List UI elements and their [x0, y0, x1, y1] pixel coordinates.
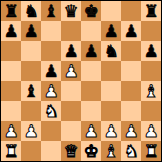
square-c6[interactable]	[41, 41, 61, 61]
black-rook-icon: ♜	[3, 1, 18, 21]
white-pawn-icon: ♟	[3, 121, 18, 141]
black-pawn-icon: ♟	[43, 61, 58, 81]
square-a7[interactable]: ♟	[1, 21, 21, 41]
square-g3[interactable]	[121, 101, 141, 121]
square-c3[interactable]: ♞	[41, 101, 61, 121]
square-e5[interactable]	[81, 61, 101, 81]
square-c4[interactable]: ♟	[41, 81, 61, 101]
black-knight-icon: ♞	[23, 1, 38, 21]
square-h4[interactable]: ♝	[141, 81, 161, 101]
square-b2[interactable]: ♟	[21, 121, 41, 141]
black-knight-icon: ♞	[103, 41, 118, 61]
white-pawn-icon: ♟	[103, 121, 118, 141]
black-pawn-icon: ♟	[103, 21, 118, 41]
square-e7[interactable]	[81, 21, 101, 41]
black-queen-icon: ♛	[63, 1, 78, 21]
black-pawn-icon: ♟	[63, 41, 78, 61]
white-knight-icon: ♞	[43, 101, 58, 121]
square-g2[interactable]: ♟	[121, 121, 141, 141]
square-a3[interactable]	[1, 101, 21, 121]
square-c1[interactable]	[41, 141, 61, 161]
black-pawn-icon: ♟	[143, 41, 158, 61]
square-d7[interactable]	[61, 21, 81, 41]
white-bishop-icon: ♝	[103, 141, 118, 161]
black-bishop-icon: ♝	[43, 1, 58, 21]
chess-board: ♜♞♝♛♚♜♟♟♟♟♟♟♞♟♟♟♝♟♝♞♟♟♟♟♟♟♜♛♚♝♞♜	[1, 1, 161, 161]
square-f7[interactable]: ♟	[101, 21, 121, 41]
square-d3[interactable]	[61, 101, 81, 121]
white-pawn-icon: ♟	[43, 81, 58, 101]
square-f4[interactable]	[101, 81, 121, 101]
square-h2[interactable]: ♟	[141, 121, 161, 141]
white-queen-icon: ♛	[63, 141, 78, 161]
white-rook-icon: ♜	[3, 141, 18, 161]
square-b1[interactable]	[21, 141, 41, 161]
square-a8[interactable]: ♜	[1, 1, 21, 21]
black-rook-icon: ♜	[143, 1, 158, 21]
square-d1[interactable]: ♛	[61, 141, 81, 161]
white-pawn-icon: ♟	[23, 121, 38, 141]
square-g5[interactable]	[121, 61, 141, 81]
square-b6[interactable]	[21, 41, 41, 61]
black-pawn-icon: ♟	[123, 21, 138, 41]
square-c5[interactable]: ♟	[41, 61, 61, 81]
square-d8[interactable]: ♛	[61, 1, 81, 21]
white-pawn-icon: ♟	[143, 121, 158, 141]
square-b7[interactable]: ♟	[21, 21, 41, 41]
square-h6[interactable]: ♟	[141, 41, 161, 61]
square-b5[interactable]	[21, 61, 41, 81]
white-pawn-icon: ♟	[123, 121, 138, 141]
square-d6[interactable]: ♟	[61, 41, 81, 61]
black-king-icon: ♚	[83, 1, 98, 21]
white-knight-icon: ♞	[123, 141, 138, 161]
square-a1[interactable]: ♜	[1, 141, 21, 161]
square-h3[interactable]	[141, 101, 161, 121]
square-g4[interactable]	[121, 81, 141, 101]
black-pawn-icon: ♟	[83, 41, 98, 61]
square-a2[interactable]: ♟	[1, 121, 21, 141]
black-pawn-icon: ♟	[23, 21, 38, 41]
square-e3[interactable]	[81, 101, 101, 121]
square-d2[interactable]	[61, 121, 81, 141]
square-h8[interactable]: ♜	[141, 1, 161, 21]
black-bishop-icon: ♝	[23, 81, 38, 101]
square-h7[interactable]	[141, 21, 161, 41]
square-e6[interactable]: ♟	[81, 41, 101, 61]
square-d4[interactable]	[61, 81, 81, 101]
square-b3[interactable]	[21, 101, 41, 121]
white-king-icon: ♚	[83, 141, 98, 161]
square-e2[interactable]: ♟	[81, 121, 101, 141]
square-d5[interactable]: ♟	[61, 61, 81, 81]
chess-board-frame: ♜♞♝♛♚♜♟♟♟♟♟♟♞♟♟♟♝♟♝♞♟♟♟♟♟♟♜♛♚♝♞♜	[0, 0, 162, 162]
square-e4[interactable]	[81, 81, 101, 101]
square-h1[interactable]: ♜	[141, 141, 161, 161]
square-f3[interactable]	[101, 101, 121, 121]
square-f1[interactable]: ♝	[101, 141, 121, 161]
square-b8[interactable]: ♞	[21, 1, 41, 21]
square-e8[interactable]: ♚	[81, 1, 101, 21]
square-c2[interactable]	[41, 121, 61, 141]
black-pawn-icon: ♟	[3, 21, 18, 41]
square-a6[interactable]	[1, 41, 21, 61]
square-f2[interactable]: ♟	[101, 121, 121, 141]
white-pawn-icon: ♟	[83, 121, 98, 141]
square-f8[interactable]	[101, 1, 121, 21]
square-f6[interactable]: ♞	[101, 41, 121, 61]
square-a4[interactable]	[1, 81, 21, 101]
square-f5[interactable]	[101, 61, 121, 81]
square-g8[interactable]	[121, 1, 141, 21]
square-b4[interactable]: ♝	[21, 81, 41, 101]
square-g6[interactable]	[121, 41, 141, 61]
square-c7[interactable]	[41, 21, 61, 41]
square-e1[interactable]: ♚	[81, 141, 101, 161]
white-rook-icon: ♜	[143, 141, 158, 161]
square-h5[interactable]	[141, 61, 161, 81]
square-a5[interactable]	[1, 61, 21, 81]
square-c8[interactable]: ♝	[41, 1, 61, 21]
square-g7[interactable]: ♟	[121, 21, 141, 41]
white-bishop-icon: ♝	[143, 81, 158, 101]
square-g1[interactable]: ♞	[121, 141, 141, 161]
white-pawn-icon: ♟	[63, 61, 78, 81]
